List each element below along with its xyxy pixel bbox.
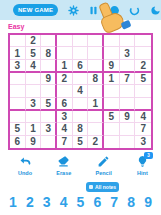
sudoku-cell-r2c9[interactable] [135, 47, 151, 59]
sudoku-cell-r5c9[interactable] [135, 85, 151, 97]
sudoku-cell-r1c5[interactable] [73, 35, 89, 47]
toggle-icon [89, 185, 93, 189]
sudoku-cell-r2c4[interactable] [57, 47, 73, 59]
sudoku-cell-r3c3[interactable] [41, 60, 57, 73]
sudoku-cell-r8c7[interactable] [104, 123, 120, 135]
sudoku-cell-r3c9[interactable]: 2 [135, 60, 151, 73]
sudoku-cell-r1c3[interactable] [41, 35, 57, 47]
sudoku-board[interactable]: 21583341692928175435613594513487697523 [8, 33, 153, 150]
sudoku-cell-r7c8[interactable]: 9 [120, 111, 136, 123]
sudoku-cell-r7c6[interactable] [88, 111, 104, 123]
sudoku-cell-r6c5[interactable] [73, 98, 89, 111]
gear-icon [68, 5, 79, 16]
sudoku-cell-r3c4[interactable]: 1 [57, 60, 73, 73]
difficulty-label: Easy [8, 23, 24, 30]
sudoku-cell-r6c6[interactable]: 1 [88, 98, 104, 111]
new-game-button[interactable]: NEW GAME [13, 4, 58, 16]
sudoku-cell-r8c5[interactable]: 8 [73, 123, 89, 135]
toolbar: Undo Erase Pencil 3 Hint [0, 155, 161, 176]
pencil-button[interactable]: Pencil [96, 155, 112, 176]
sudoku-cell-r2c5[interactable] [73, 47, 89, 59]
sudoku-cell-r6c1[interactable] [10, 98, 26, 111]
sudoku-cell-r5c1[interactable] [10, 85, 26, 97]
sudoku-cell-r9c4[interactable]: 7 [57, 136, 73, 148]
eraser-icon [57, 155, 70, 168]
erase-button[interactable]: Erase [56, 155, 71, 176]
sudoku-cell-r7c9[interactable]: 4 [135, 111, 151, 123]
sudoku-cell-r2c8[interactable]: 3 [120, 47, 136, 59]
sudoku-cell-r9c6[interactable]: 2 [88, 136, 104, 148]
numpad-2[interactable]: 2 [26, 193, 34, 211]
hint-label: Hint [137, 170, 148, 176]
sudoku-cell-r5c6[interactable] [88, 85, 104, 97]
sudoku-cell-r1c8[interactable] [120, 35, 136, 47]
sudoku-cell-r2c6[interactable] [88, 47, 104, 59]
sudoku-cell-r9c5[interactable]: 5 [73, 136, 89, 148]
undo-label: Undo [18, 170, 32, 176]
numpad-9[interactable]: 9 [144, 193, 152, 211]
settings-button[interactable] [67, 4, 79, 16]
pause-button[interactable] [88, 4, 100, 16]
numpad-4[interactable]: 4 [60, 193, 68, 211]
undo-button[interactable]: Undo [18, 155, 32, 176]
sudoku-cell-r4c2[interactable] [26, 73, 42, 85]
sudoku-cell-r8c2[interactable]: 1 [26, 123, 42, 135]
numpad-3[interactable]: 3 [43, 193, 51, 211]
sudoku-cell-r7c3[interactable] [41, 111, 57, 123]
sudoku-cell-r4c7[interactable]: 1 [104, 73, 120, 85]
sudoku-cell-r8c6[interactable] [88, 123, 104, 135]
pause-icon [88, 5, 99, 16]
numpad-5[interactable]: 5 [77, 193, 85, 211]
sudoku-cell-r3c2[interactable]: 4 [26, 60, 42, 73]
sudoku-cell-r7c5[interactable] [73, 111, 89, 123]
erase-label: Erase [56, 170, 71, 176]
sudoku-cell-r2c3[interactable]: 8 [41, 47, 57, 59]
sudoku-cell-r6c4[interactable]: 6 [57, 98, 73, 111]
sudoku-cell-r2c2[interactable]: 5 [26, 47, 42, 59]
sudoku-cell-r7c4[interactable]: 3 [57, 111, 73, 123]
sudoku-cell-r8c9[interactable]: 7 [135, 123, 151, 135]
sudoku-cell-r8c8[interactable] [120, 123, 136, 135]
sudoku-cell-r5c4[interactable] [57, 85, 73, 97]
sudoku-cell-r3c7[interactable]: 9 [104, 60, 120, 73]
sudoku-cell-r4c4[interactable]: 2 [57, 73, 73, 85]
sudoku-cell-r6c3[interactable]: 5 [41, 98, 57, 111]
sudoku-cell-r8c4[interactable]: 4 [57, 123, 73, 135]
sudoku-cell-r5c5[interactable]: 4 [73, 85, 89, 97]
all-notes-label: All notes [95, 184, 116, 190]
sudoku-cell-r9c1[interactable]: 6 [10, 136, 26, 148]
sudoku-cell-r5c8[interactable] [120, 85, 136, 97]
sudoku-cell-r6c2[interactable]: 3 [26, 98, 42, 111]
numpad-8[interactable]: 8 [127, 193, 135, 211]
top-bar: NEW GAME [0, 0, 161, 20]
sudoku-cell-r1c1[interactable] [10, 35, 26, 47]
sudoku-cell-r1c6[interactable] [88, 35, 104, 47]
sudoku-cell-r7c7[interactable]: 5 [104, 111, 120, 123]
sudoku-cell-r1c2[interactable]: 2 [26, 35, 42, 47]
sudoku-cell-r4c1[interactable] [10, 73, 26, 85]
sudoku-cell-r6c7[interactable] [104, 98, 120, 111]
sudoku-cell-r6c8[interactable] [120, 98, 136, 111]
sudoku-cell-r7c1[interactable] [10, 111, 26, 123]
sudoku-cell-r3c5[interactable]: 6 [73, 60, 89, 73]
hint-count-badge: 3 [144, 152, 153, 159]
sudoku-cell-r9c8[interactable] [120, 136, 136, 148]
sudoku-cell-r4c5[interactable] [73, 73, 89, 85]
sudoku-cell-r3c8[interactable] [120, 60, 136, 73]
sudoku-cell-r3c6[interactable] [88, 60, 104, 73]
sudoku-cell-r8c1[interactable]: 5 [10, 123, 26, 135]
sudoku-cell-r4c9[interactable]: 5 [135, 73, 151, 85]
numpad-7[interactable]: 7 [110, 193, 118, 211]
undo-icon [19, 155, 32, 168]
sudoku-cell-r1c4[interactable] [57, 35, 73, 47]
sudoku-cell-r2c1[interactable]: 1 [10, 47, 26, 59]
sudoku-cell-r1c7[interactable] [104, 35, 120, 47]
theme-blue-button[interactable] [108, 4, 120, 16]
pencil-icon [97, 155, 110, 168]
sudoku-cell-r9c9[interactable]: 3 [135, 136, 151, 148]
sudoku-cell-r5c2[interactable] [26, 85, 42, 97]
pencil-label: Pencil [96, 170, 112, 176]
all-notes-toggle[interactable]: All notes [86, 182, 119, 192]
theme-outline-button[interactable] [129, 4, 141, 16]
sudoku-cell-r5c3[interactable] [41, 85, 57, 97]
sudoku-cell-r1c9[interactable] [135, 35, 151, 47]
sudoku-cell-r5c7[interactable] [104, 85, 120, 97]
sudoku-cell-r6c9[interactable] [135, 98, 151, 111]
sudoku-cell-r8c3[interactable]: 3 [41, 123, 57, 135]
sudoku-cell-r4c8[interactable]: 7 [120, 73, 136, 85]
dark-mode-button[interactable] [149, 4, 161, 16]
sudoku-cell-r9c7[interactable] [104, 136, 120, 148]
sudoku-cell-r3c1[interactable]: 3 [10, 60, 26, 73]
numpad-1[interactable]: 1 [9, 193, 17, 211]
filled-circle-icon [109, 5, 120, 16]
numpad-6[interactable]: 6 [93, 193, 101, 211]
hint-button[interactable]: 3 Hint [136, 155, 149, 176]
sudoku-cell-r2c7[interactable] [104, 47, 120, 59]
sudoku-cell-r9c2[interactable]: 9 [26, 136, 42, 148]
number-pad: 123456789 [0, 193, 161, 211]
sudoku-cell-r4c6[interactable]: 8 [88, 73, 104, 85]
sudoku-cell-r4c3[interactable]: 9 [41, 73, 57, 85]
sudoku-cell-r7c2[interactable] [26, 111, 42, 123]
outline-circle-icon [129, 5, 140, 16]
sudoku-cell-r9c3[interactable] [41, 136, 57, 148]
moon-icon [150, 5, 161, 16]
